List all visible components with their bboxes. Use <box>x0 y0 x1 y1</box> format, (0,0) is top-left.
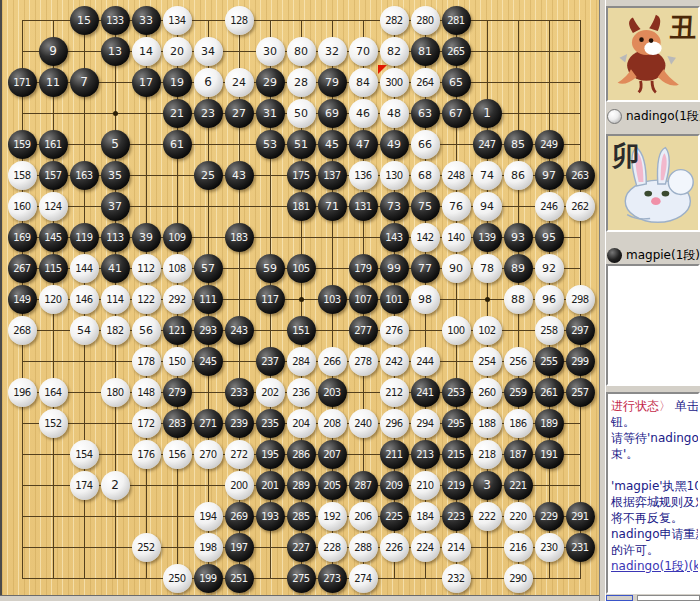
stone-163: 163 <box>70 161 99 190</box>
stone-232: 232 <box>442 564 471 593</box>
stone-292: 292 <box>163 285 192 314</box>
stone-98: 98 <box>411 285 440 314</box>
stone-121: 121 <box>163 316 192 345</box>
stone-278: 278 <box>349 347 378 376</box>
stone-71: 71 <box>318 192 347 221</box>
stone-250: 250 <box>163 564 192 593</box>
stone-296: 296 <box>380 409 409 438</box>
stone-82: 82 <box>380 37 409 66</box>
status-line: 钮。 <box>611 414 696 430</box>
stone-228: 228 <box>318 533 347 562</box>
stone-3: 3 <box>473 471 502 500</box>
stone-21: 21 <box>163 99 192 128</box>
stone-252: 252 <box>132 533 161 562</box>
stone-124: 124 <box>39 192 68 221</box>
stone-56: 56 <box>132 316 161 345</box>
black-player-name: magpie(1段) <box>626 247 700 264</box>
stone-210: 210 <box>411 471 440 500</box>
stone-17: 17 <box>132 68 161 97</box>
white-player-name: nadingo(1段) <box>626 108 700 125</box>
stone-142: 142 <box>411 223 440 252</box>
status-text: 将不再反复。 <box>611 511 683 525</box>
chat-input[interactable] <box>637 595 700 601</box>
stone-77: 77 <box>411 254 440 283</box>
stone-199: 199 <box>194 564 223 593</box>
stone-229: 229 <box>535 502 564 531</box>
stone-111: 111 <box>194 285 223 314</box>
stone-268: 268 <box>8 316 37 345</box>
stone-93: 93 <box>504 223 533 252</box>
stone-284: 284 <box>287 347 316 376</box>
stone-31: 31 <box>256 99 285 128</box>
stone-117: 117 <box>256 285 285 314</box>
stone-257: 257 <box>566 378 595 407</box>
stone-143: 143 <box>380 223 409 252</box>
stone-53: 53 <box>256 130 285 159</box>
stone-92: 92 <box>535 254 564 283</box>
stone-286: 286 <box>287 440 316 469</box>
last-move-marker <box>378 65 387 74</box>
stone-6: 6 <box>194 68 223 97</box>
stone-193: 193 <box>256 502 285 531</box>
stone-11: 11 <box>39 68 68 97</box>
stone-267: 267 <box>8 254 37 283</box>
stone-113: 113 <box>101 223 130 252</box>
stone-256: 256 <box>504 347 533 376</box>
stone-78: 78 <box>473 254 502 283</box>
status-line <box>611 462 696 478</box>
stone-211: 211 <box>380 440 409 469</box>
stone-144: 144 <box>70 254 99 283</box>
zodiac-ox-label: 丑 <box>669 10 696 46</box>
stone-156: 156 <box>163 440 192 469</box>
stone-100: 100 <box>442 316 471 345</box>
stone-63: 63 <box>411 99 440 128</box>
status-text: nadingo申请重新 <box>611 527 700 541</box>
stone-34: 34 <box>194 37 223 66</box>
stone-172: 172 <box>132 409 161 438</box>
stone-25: 25 <box>194 161 223 190</box>
stone-285: 285 <box>287 502 316 531</box>
stone-151: 151 <box>287 316 316 345</box>
status-line: 的许可。 <box>611 542 696 558</box>
stone-216: 216 <box>504 533 533 562</box>
stone-176: 176 <box>132 440 161 469</box>
stone-174: 174 <box>70 471 99 500</box>
stone-47: 47 <box>349 130 378 159</box>
stone-27: 27 <box>225 99 254 128</box>
stone-105: 105 <box>287 254 316 283</box>
sidebar: 丑 nadingo(1段) 卯 magpie(1段) <box>599 0 700 601</box>
stone-264: 264 <box>411 68 440 97</box>
star-point <box>485 297 490 302</box>
stone-84: 84 <box>349 68 378 97</box>
stone-46: 46 <box>349 99 378 128</box>
stone-214: 214 <box>442 533 471 562</box>
stone-226: 226 <box>380 533 409 562</box>
black-stone-icon <box>607 248 622 263</box>
stone-150: 150 <box>163 347 192 376</box>
status-line: 根据弈城规则及对 <box>611 494 696 510</box>
stone-295: 295 <box>442 409 471 438</box>
stone-43: 43 <box>225 161 254 190</box>
stone-75: 75 <box>411 192 440 221</box>
status-text: 单击' <box>671 399 700 413</box>
stone-137: 137 <box>318 161 347 190</box>
stone-300: 300 <box>380 68 409 97</box>
stone-281: 281 <box>442 6 471 35</box>
stone-247: 247 <box>473 130 502 159</box>
stone-32: 32 <box>318 37 347 66</box>
stone-70: 70 <box>349 37 378 66</box>
stone-140: 140 <box>442 223 471 252</box>
stone-122: 122 <box>132 285 161 314</box>
stone-243: 243 <box>225 316 254 345</box>
stone-288: 288 <box>349 533 378 562</box>
stone-209: 209 <box>380 471 409 500</box>
sidebar-divider <box>599 0 606 601</box>
stone-240: 240 <box>349 409 378 438</box>
stone-102: 102 <box>473 316 502 345</box>
stone-236: 236 <box>287 378 316 407</box>
stone-95: 95 <box>535 223 564 252</box>
white-player-row: nadingo(1段) <box>606 107 700 125</box>
stone-231: 231 <box>566 533 595 562</box>
stone-277: 277 <box>349 316 378 345</box>
status-text: 请等待'nadingo' <box>611 431 700 445</box>
stone-218: 218 <box>473 440 502 469</box>
stone-54: 54 <box>70 316 99 345</box>
stone-57: 57 <box>194 254 223 283</box>
stone-198: 198 <box>194 533 223 562</box>
stone-101: 101 <box>380 285 409 314</box>
stone-80: 80 <box>287 37 316 66</box>
stone-65: 65 <box>442 68 471 97</box>
stone-272: 272 <box>225 440 254 469</box>
stone-235: 235 <box>256 409 285 438</box>
stone-154: 154 <box>70 440 99 469</box>
stone-90: 90 <box>442 254 471 283</box>
stone-85: 85 <box>504 130 533 159</box>
stone-255: 255 <box>535 347 564 376</box>
stone-164: 164 <box>39 378 68 407</box>
stone-37: 37 <box>101 192 130 221</box>
stone-242: 242 <box>380 347 409 376</box>
stone-196: 196 <box>8 378 37 407</box>
status-line: 进行状态〉 单击' <box>611 398 696 414</box>
stone-68: 68 <box>411 161 440 190</box>
black-player-row: magpie(1段) <box>606 246 700 264</box>
stone-230: 230 <box>535 533 564 562</box>
white-player-avatar: 丑 <box>606 6 700 102</box>
stone-89: 89 <box>504 254 533 283</box>
stone-115: 115 <box>39 254 68 283</box>
stone-223: 223 <box>442 502 471 531</box>
stone-86: 86 <box>504 161 533 190</box>
stone-259: 259 <box>504 378 533 407</box>
status-line: 请等待'nadingo' <box>611 430 696 446</box>
stone-227: 227 <box>287 533 316 562</box>
stone-131: 131 <box>349 192 378 221</box>
status-line: 束'。 <box>611 446 696 462</box>
stone-134: 134 <box>163 6 192 35</box>
stone-13: 13 <box>101 37 130 66</box>
stone-175: 175 <box>287 161 316 190</box>
stone-159: 159 <box>8 130 37 159</box>
status-line: 'magpie'执黑10目 <box>611 478 696 494</box>
stone-74: 74 <box>473 161 502 190</box>
stone-81: 81 <box>411 37 440 66</box>
stone-136: 136 <box>349 161 378 190</box>
stone-161: 161 <box>39 130 68 159</box>
stone-213: 213 <box>411 440 440 469</box>
status-text: 钮。 <box>611 415 635 429</box>
stone-28: 28 <box>287 68 316 97</box>
stone-88: 88 <box>504 285 533 314</box>
stone-290: 290 <box>504 564 533 593</box>
stone-298: 298 <box>566 285 595 314</box>
board-bottom-strip <box>0 595 599 601</box>
stone-184: 184 <box>411 502 440 531</box>
stone-76: 76 <box>442 192 471 221</box>
stone-205: 205 <box>318 471 347 500</box>
stone-212: 212 <box>380 378 409 407</box>
stone-203: 203 <box>318 378 347 407</box>
chat-bar <box>606 595 700 601</box>
stone-207: 207 <box>318 440 347 469</box>
stone-119: 119 <box>70 223 99 252</box>
stone-158: 158 <box>8 161 37 190</box>
stone-180: 180 <box>101 378 130 407</box>
stone-97: 97 <box>535 161 564 190</box>
stone-251: 251 <box>225 564 254 593</box>
status-line: nadingo申请重新 <box>611 526 696 542</box>
stone-274: 274 <box>349 564 378 593</box>
stone-109: 109 <box>163 223 192 252</box>
stone-273: 273 <box>318 564 347 593</box>
stone-191: 191 <box>535 440 564 469</box>
stone-200: 200 <box>225 471 254 500</box>
stone-219: 219 <box>442 471 471 500</box>
stone-262: 262 <box>566 192 595 221</box>
stone-279: 279 <box>163 378 192 407</box>
status-text: 根据弈城规则及对 <box>611 495 700 509</box>
stone-270: 270 <box>194 440 223 469</box>
stone-23: 23 <box>194 99 223 128</box>
stone-183: 183 <box>225 223 254 252</box>
stone-9: 9 <box>39 37 68 66</box>
stone-194: 194 <box>194 502 223 531</box>
stone-69: 69 <box>318 99 347 128</box>
stone-99: 99 <box>380 254 409 283</box>
stone-276: 276 <box>380 316 409 345</box>
stone-160: 160 <box>8 192 37 221</box>
black-player-avatar: 卯 <box>606 134 700 232</box>
stone-50: 50 <box>287 99 316 128</box>
stone-186: 186 <box>504 409 533 438</box>
stone-146: 146 <box>70 285 99 314</box>
stone-297: 297 <box>566 316 595 345</box>
stone-254: 254 <box>473 347 502 376</box>
stone-133: 133 <box>101 6 130 35</box>
stone-30: 30 <box>256 37 285 66</box>
stone-282: 282 <box>380 6 409 35</box>
status-text: 'magpie'执黑10目 <box>611 479 700 493</box>
status-text: 的许可。 <box>611 543 659 557</box>
stone-20: 20 <box>163 37 192 66</box>
go-game-window: 1513333134128282280281913142034308032708… <box>0 0 700 601</box>
stone-248: 248 <box>442 161 471 190</box>
stone-222: 222 <box>473 502 502 531</box>
stone-249: 249 <box>535 130 564 159</box>
status-line: 将不再反复。 <box>611 510 696 526</box>
stone-221: 221 <box>504 471 533 500</box>
star-point <box>299 297 304 302</box>
status-line: nadingo(1段)(kr <box>611 558 696 574</box>
stone-103: 103 <box>318 285 347 314</box>
stone-128: 128 <box>225 6 254 35</box>
stone-35: 35 <box>101 161 130 190</box>
stone-195: 195 <box>256 440 285 469</box>
stone-39: 39 <box>132 223 161 252</box>
stone-188: 188 <box>473 409 502 438</box>
stone-187: 187 <box>504 440 533 469</box>
stone-33: 33 <box>132 6 161 35</box>
stone-45: 45 <box>318 130 347 159</box>
stone-24: 24 <box>225 68 254 97</box>
stone-66: 66 <box>411 130 440 159</box>
stone-266: 266 <box>318 347 347 376</box>
stone-94: 94 <box>473 192 502 221</box>
stone-206: 206 <box>349 502 378 531</box>
stone-237: 237 <box>256 347 285 376</box>
stone-61: 61 <box>163 130 192 159</box>
stone-269: 269 <box>225 502 254 531</box>
stone-112: 112 <box>132 254 161 283</box>
status-text: 束'。 <box>611 447 638 461</box>
stone-244: 244 <box>411 347 440 376</box>
stone-233: 233 <box>225 378 254 407</box>
stone-178: 178 <box>132 347 161 376</box>
stone-246: 246 <box>535 192 564 221</box>
stone-258: 258 <box>535 316 564 345</box>
stone-59: 59 <box>256 254 285 283</box>
stone-182: 182 <box>101 316 130 345</box>
stone-239: 239 <box>225 409 254 438</box>
stone-275: 275 <box>287 564 316 593</box>
stone-294: 294 <box>411 409 440 438</box>
stone-130: 130 <box>380 161 409 190</box>
stone-263: 263 <box>566 161 595 190</box>
stone-241: 241 <box>411 378 440 407</box>
player-link[interactable]: nadingo(1段)(kr <box>611 559 700 573</box>
stone-108: 108 <box>163 254 192 283</box>
stone-139: 139 <box>473 223 502 252</box>
zodiac-rabbit-label: 卯 <box>612 138 639 174</box>
game-status-log[interactable]: 进行状态〉 单击'钮。 请等待'nadingo'束'。'magpie'执黑10目… <box>606 392 700 594</box>
stone-157: 157 <box>39 161 68 190</box>
stone-293: 293 <box>194 316 223 345</box>
stone-289: 289 <box>287 471 316 500</box>
status-text: 进行状态〉 <box>611 399 671 413</box>
stone-67: 67 <box>442 99 471 128</box>
stone-201: 201 <box>256 471 285 500</box>
stone-29: 29 <box>256 68 285 97</box>
go-board[interactable]: 1513333134128282280281913142034308032708… <box>0 0 599 595</box>
stone-253: 253 <box>442 378 471 407</box>
stone-152: 152 <box>39 409 68 438</box>
stone-202: 202 <box>256 378 285 407</box>
stone-5: 5 <box>101 130 130 159</box>
stone-225: 225 <box>380 502 409 531</box>
stone-204: 204 <box>287 409 316 438</box>
stone-260: 260 <box>473 378 502 407</box>
stone-48: 48 <box>380 99 409 128</box>
stone-189: 189 <box>535 409 564 438</box>
star-point <box>113 111 118 116</box>
stone-220: 220 <box>504 502 533 531</box>
stone-197: 197 <box>225 533 254 562</box>
stone-145: 145 <box>39 223 68 252</box>
stone-171: 171 <box>8 68 37 97</box>
chat-send-button[interactable] <box>606 595 633 601</box>
stone-107: 107 <box>349 285 378 314</box>
stone-208: 208 <box>318 409 347 438</box>
stone-96: 96 <box>535 285 564 314</box>
stone-14: 14 <box>132 37 161 66</box>
stone-79: 79 <box>318 68 347 97</box>
stone-41: 41 <box>101 254 130 283</box>
stone-2: 2 <box>101 471 130 500</box>
stone-271: 271 <box>194 409 223 438</box>
stone-114: 114 <box>101 285 130 314</box>
stone-265: 265 <box>442 37 471 66</box>
stone-261: 261 <box>535 378 564 407</box>
stone-192: 192 <box>318 502 347 531</box>
stone-280: 280 <box>411 6 440 35</box>
stone-1: 1 <box>473 99 502 128</box>
stone-15: 15 <box>70 6 99 35</box>
stone-169: 169 <box>8 223 37 252</box>
stone-148: 148 <box>132 378 161 407</box>
stone-120: 120 <box>39 285 68 314</box>
stone-73: 73 <box>380 192 409 221</box>
stone-283: 283 <box>163 409 192 438</box>
stone-7: 7 <box>70 68 99 97</box>
stone-224: 224 <box>411 533 440 562</box>
stone-149: 149 <box>8 285 37 314</box>
stone-49: 49 <box>380 130 409 159</box>
stone-19: 19 <box>163 68 192 97</box>
stone-179: 179 <box>349 254 378 283</box>
stone-181: 181 <box>287 192 316 221</box>
stone-287: 287 <box>349 471 378 500</box>
stone-51: 51 <box>287 130 316 159</box>
message-panel <box>606 264 700 386</box>
stone-291: 291 <box>566 502 595 531</box>
stone-245: 245 <box>194 347 223 376</box>
stone-299: 299 <box>566 347 595 376</box>
stone-215: 215 <box>442 440 471 469</box>
white-stone-icon <box>607 109 622 124</box>
